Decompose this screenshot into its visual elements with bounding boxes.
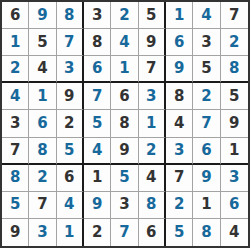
cell-r6c8[interactable]: 6 <box>193 138 220 165</box>
cell-r8c6[interactable]: 8 <box>139 192 166 219</box>
cell-r4c3[interactable]: 9 <box>57 83 84 110</box>
cell-r8c3[interactable]: 4 <box>57 192 84 219</box>
cell-r2c7[interactable]: 6 <box>166 29 193 56</box>
cell-r2c9[interactable]: 2 <box>221 29 248 56</box>
cell-r7c9[interactable]: 3 <box>221 165 248 192</box>
cell-r6c7[interactable]: 3 <box>166 138 193 165</box>
cell-r6c3[interactable]: 5 <box>57 138 84 165</box>
cell-r7c3[interactable]: 6 <box>57 165 84 192</box>
cell-r7c1[interactable]: 8 <box>2 165 29 192</box>
cell-r8c8[interactable]: 1 <box>193 192 220 219</box>
cell-r6c5[interactable]: 9 <box>111 138 138 165</box>
cell-r2c8[interactable]: 3 <box>193 29 220 56</box>
cell-r9c3[interactable]: 1 <box>57 219 84 246</box>
cell-r8c1[interactable]: 5 <box>2 192 29 219</box>
cell-r5c1[interactable]: 3 <box>2 110 29 137</box>
cell-r5c7[interactable]: 4 <box>166 110 193 137</box>
cell-r1c6[interactable]: 5 <box>139 2 166 29</box>
cell-r2c2[interactable]: 5 <box>29 29 56 56</box>
cell-r7c8[interactable]: 9 <box>193 165 220 192</box>
cell-r3c7[interactable]: 9 <box>166 56 193 83</box>
cell-r3c3[interactable]: 3 <box>57 56 84 83</box>
cell-r4c7[interactable]: 8 <box>166 83 193 110</box>
cell-r8c9[interactable]: 6 <box>221 192 248 219</box>
cell-r9c2[interactable]: 3 <box>29 219 56 246</box>
cell-r1c5[interactable]: 2 <box>111 2 138 29</box>
cell-r4c9[interactable]: 5 <box>221 83 248 110</box>
cell-r3c9[interactable]: 8 <box>221 56 248 83</box>
cell-r8c7[interactable]: 2 <box>166 192 193 219</box>
cell-r4c4[interactable]: 7 <box>84 83 111 110</box>
cell-r5c3[interactable]: 2 <box>57 110 84 137</box>
cell-r6c2[interactable]: 8 <box>29 138 56 165</box>
cell-r6c9[interactable]: 1 <box>221 138 248 165</box>
cell-r7c7[interactable]: 7 <box>166 165 193 192</box>
cell-r2c3[interactable]: 7 <box>57 29 84 56</box>
cell-r4c2[interactable]: 1 <box>29 83 56 110</box>
cell-r9c4[interactable]: 2 <box>84 219 111 246</box>
cell-r2c4[interactable]: 8 <box>84 29 111 56</box>
cell-r5c6[interactable]: 1 <box>139 110 166 137</box>
cell-r7c2[interactable]: 2 <box>29 165 56 192</box>
cell-r6c6[interactable]: 2 <box>139 138 166 165</box>
cell-r8c5[interactable]: 3 <box>111 192 138 219</box>
cell-r3c8[interactable]: 5 <box>193 56 220 83</box>
cell-r1c7[interactable]: 1 <box>166 2 193 29</box>
cell-r5c2[interactable]: 6 <box>29 110 56 137</box>
cell-r3c6[interactable]: 7 <box>139 56 166 83</box>
cell-r7c6[interactable]: 4 <box>139 165 166 192</box>
cell-r1c2[interactable]: 9 <box>29 2 56 29</box>
cell-r4c5[interactable]: 6 <box>111 83 138 110</box>
cell-r2c6[interactable]: 9 <box>139 29 166 56</box>
cell-r9c6[interactable]: 6 <box>139 219 166 246</box>
cell-r3c5[interactable]: 1 <box>111 56 138 83</box>
cell-r9c9[interactable]: 4 <box>221 219 248 246</box>
cell-r1c3[interactable]: 8 <box>57 2 84 29</box>
cell-r6c1[interactable]: 7 <box>2 138 29 165</box>
cell-r5c8[interactable]: 7 <box>193 110 220 137</box>
cell-r1c1[interactable]: 6 <box>2 2 29 29</box>
cell-r8c2[interactable]: 7 <box>29 192 56 219</box>
sudoku-board: 6983251471578496322436179584197638253625… <box>0 0 250 248</box>
cell-r4c1[interactable]: 4 <box>2 83 29 110</box>
cell-r4c6[interactable]: 3 <box>139 83 166 110</box>
cell-r9c7[interactable]: 5 <box>166 219 193 246</box>
cell-r3c4[interactable]: 6 <box>84 56 111 83</box>
cell-r2c1[interactable]: 1 <box>2 29 29 56</box>
cell-r8c4[interactable]: 9 <box>84 192 111 219</box>
cell-r1c4[interactable]: 3 <box>84 2 111 29</box>
cell-r3c2[interactable]: 4 <box>29 56 56 83</box>
cell-r9c8[interactable]: 8 <box>193 219 220 246</box>
cell-r9c5[interactable]: 7 <box>111 219 138 246</box>
cell-r5c5[interactable]: 8 <box>111 110 138 137</box>
cell-r1c8[interactable]: 4 <box>193 2 220 29</box>
cell-r5c4[interactable]: 5 <box>84 110 111 137</box>
cell-r6c4[interactable]: 4 <box>84 138 111 165</box>
cell-r7c4[interactable]: 1 <box>84 165 111 192</box>
cell-r7c5[interactable]: 5 <box>111 165 138 192</box>
cell-r4c8[interactable]: 2 <box>193 83 220 110</box>
cell-r9c1[interactable]: 9 <box>2 219 29 246</box>
cell-r1c9[interactable]: 7 <box>221 2 248 29</box>
cell-r3c1[interactable]: 2 <box>2 56 29 83</box>
cell-r2c5[interactable]: 4 <box>111 29 138 56</box>
cell-r5c9[interactable]: 9 <box>221 110 248 137</box>
